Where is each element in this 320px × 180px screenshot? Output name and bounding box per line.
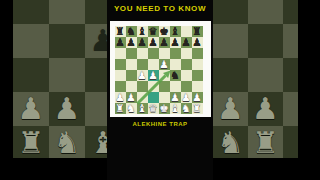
left-black-bar [0, 0, 13, 180]
background-white-pawn: ♟ [49, 92, 85, 126]
square-b6[interactable] [126, 48, 137, 59]
background-square: ♟ [49, 92, 85, 126]
white-rook[interactable]: ♜ [115, 103, 126, 114]
black-pawn[interactable]: ♟ [115, 37, 126, 48]
right-black-bar [298, 0, 320, 180]
white-queen[interactable]: ♛ [148, 103, 159, 114]
background-square [248, 58, 283, 92]
background-square: ♟ [213, 92, 248, 126]
square-f6[interactable] [170, 48, 181, 59]
square-d7[interactable]: ♟ [148, 37, 159, 48]
square-g4[interactable] [181, 70, 192, 81]
black-pawn[interactable]: ♟ [170, 37, 181, 48]
square-d1[interactable]: ♛ [148, 103, 159, 114]
square-a4[interactable] [115, 70, 126, 81]
square-e7[interactable]: ♟ [159, 37, 170, 48]
square-g1[interactable]: ♞ [181, 103, 192, 114]
square-b1[interactable]: ♞ [126, 103, 137, 114]
square-b4[interactable] [126, 70, 137, 81]
black-pawn[interactable]: ♟ [192, 37, 203, 48]
background-white-pawn: ♟ [13, 92, 49, 126]
square-a1[interactable]: ♜ [115, 103, 126, 114]
square-h6[interactable] [192, 48, 203, 59]
square-d6[interactable] [148, 48, 159, 59]
white-knight[interactable]: ♞ [126, 103, 137, 114]
background-white-knight: ♞ [49, 126, 85, 160]
black-pawn[interactable]: ♟ [159, 37, 170, 48]
white-pawn[interactable]: ♟ [137, 70, 148, 81]
square-h5[interactable] [192, 59, 203, 70]
black-pawn[interactable]: ♟ [181, 37, 192, 48]
background-white-rook: ♜ [13, 126, 49, 160]
square-h7[interactable]: ♟ [192, 37, 203, 48]
background-square [213, 24, 248, 58]
background-square [248, 0, 283, 24]
square-e3[interactable] [159, 81, 170, 92]
chess-board[interactable]: ♜♞♝♛♚♝♜♟♟♟♟♟♟♟♟♟♟♟♞♟♟♟♟♟♜♞♝♛♚♝♞♜ [115, 26, 203, 114]
square-f1[interactable]: ♝ [170, 103, 181, 114]
square-h4[interactable] [192, 70, 203, 81]
square-e4[interactable] [159, 70, 170, 81]
square-c6[interactable] [137, 48, 148, 59]
background-board-left: ♟♟♟♜♞♝ [13, 0, 121, 160]
square-h1[interactable]: ♜ [192, 103, 203, 114]
background-square: ♜ [13, 126, 49, 160]
white-pawn[interactable]: ♟ [148, 70, 159, 81]
background-square [49, 24, 85, 58]
background-square [13, 0, 49, 24]
white-bishop[interactable]: ♝ [137, 103, 148, 114]
background-square: ♟ [13, 92, 49, 126]
background-white-pawn: ♟ [248, 92, 283, 126]
square-f7[interactable]: ♟ [170, 37, 181, 48]
square-d3[interactable] [148, 81, 159, 92]
background-white-rook: ♜ [248, 126, 283, 160]
shorts-frame: ♟♟♟♜♞♝ ♟♟♞♜ YOU NEED TO KNOW ♜♞♝♛♚♝♜♟♟♟♟… [0, 0, 320, 180]
board-card: ♜♞♝♛♚♝♜♟♟♟♟♟♟♟♟♟♟♟♞♟♟♟♟♟♜♞♝♛♚♝♞♜ [110, 21, 211, 117]
black-pawn[interactable]: ♟ [137, 37, 148, 48]
white-bishop[interactable]: ♝ [170, 103, 181, 114]
background-square: ♟ [248, 92, 283, 126]
background-square [213, 58, 248, 92]
square-d4[interactable]: ♟ [148, 70, 159, 81]
square-e5[interactable]: ♟ [159, 59, 170, 70]
black-pawn[interactable]: ♟ [126, 37, 137, 48]
square-f4[interactable]: ♞ [170, 70, 181, 81]
background-square: ♞ [213, 126, 248, 160]
background-square [213, 0, 248, 24]
square-a6[interactable] [115, 48, 126, 59]
background-square: ♜ [248, 126, 283, 160]
square-b5[interactable] [126, 59, 137, 70]
square-a7[interactable]: ♟ [115, 37, 126, 48]
square-b7[interactable]: ♟ [126, 37, 137, 48]
square-c4[interactable]: ♟ [137, 70, 148, 81]
background-square [13, 24, 49, 58]
white-pawn[interactable]: ♟ [159, 59, 170, 70]
square-a5[interactable] [115, 59, 126, 70]
background-white-knight: ♞ [213, 126, 248, 160]
background-square [49, 58, 85, 92]
white-king[interactable]: ♚ [159, 103, 170, 114]
white-knight[interactable]: ♞ [181, 103, 192, 114]
square-e1[interactable]: ♚ [159, 103, 170, 114]
background-square [49, 0, 85, 24]
square-c3[interactable] [137, 81, 148, 92]
square-g7[interactable]: ♟ [181, 37, 192, 48]
background-square [13, 58, 49, 92]
square-c7[interactable]: ♟ [137, 37, 148, 48]
white-rook[interactable]: ♜ [192, 103, 203, 114]
background-square [248, 24, 283, 58]
video-panel: YOU NEED TO KNOW ♜♞♝♛♚♝♜♟♟♟♟♟♟♟♟♟♟♟♞♟♟♟♟… [107, 0, 213, 180]
video-caption: ALEKHINE TRAP [107, 121, 213, 127]
square-g6[interactable] [181, 48, 192, 59]
square-g5[interactable] [181, 59, 192, 70]
background-square: ♞ [49, 126, 85, 160]
black-pawn[interactable]: ♟ [148, 37, 159, 48]
black-knight[interactable]: ♞ [170, 70, 181, 81]
square-c1[interactable]: ♝ [137, 103, 148, 114]
background-white-pawn: ♟ [213, 92, 248, 126]
video-title: YOU NEED TO KNOW [107, 4, 213, 13]
